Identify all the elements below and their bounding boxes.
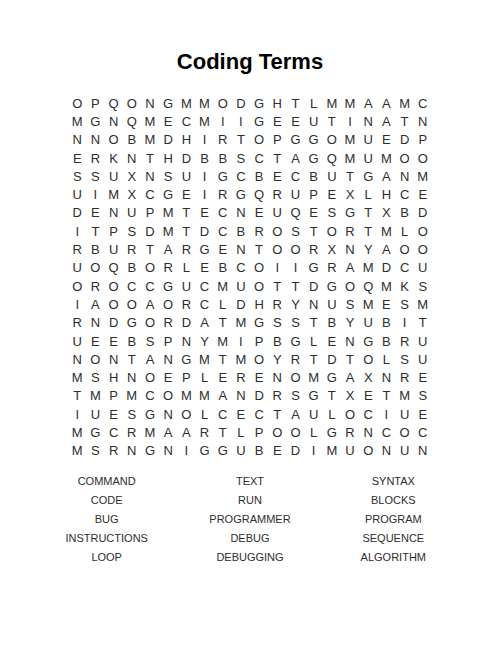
grid-cell-r2c1[interactable]: M	[68, 112, 86, 130]
grid-cell-r9c1[interactable]: R	[68, 240, 86, 258]
grid-cell-r19c12[interactable]: O	[268, 423, 286, 441]
grid-cell-r10c15[interactable]: R	[323, 259, 341, 277]
grid-cell-r13c2[interactable]: N	[86, 314, 104, 332]
grid-cell-r5c20[interactable]: M	[414, 167, 432, 185]
grid-cell-r20c7[interactable]: I	[177, 442, 195, 460]
grid-cell-r19c6[interactable]: A	[159, 423, 177, 441]
grid-cell-r17c13[interactable]: S	[286, 387, 304, 405]
grid-cell-r17c16[interactable]: X	[341, 387, 359, 405]
grid-cell-r12c14[interactable]: N	[305, 295, 323, 313]
grid-cell-r4c13[interactable]: A	[286, 149, 304, 167]
grid-cell-r2c2[interactable]: G	[86, 112, 104, 130]
grid-cell-r11c11[interactable]: O	[250, 277, 268, 295]
grid-cell-r8c11[interactable]: R	[250, 222, 268, 240]
grid-cell-r7c14[interactable]: E	[305, 204, 323, 222]
grid-cell-r15c13[interactable]: R	[286, 350, 304, 368]
grid-cell-r16c4[interactable]: N	[123, 368, 141, 386]
grid-cell-r9c11[interactable]: T	[250, 240, 268, 258]
grid-cell-r19c15[interactable]: G	[323, 423, 341, 441]
grid-cell-r5c18[interactable]: A	[377, 167, 395, 185]
grid-cell-r10c18[interactable]: D	[377, 259, 395, 277]
grid-cell-r17c8[interactable]: M	[195, 387, 213, 405]
grid-cell-r14c2[interactable]: E	[86, 332, 104, 350]
grid-cell-r19c9[interactable]: T	[214, 423, 232, 441]
grid-cell-r3c19[interactable]: D	[396, 131, 414, 149]
grid-cell-r9c18[interactable]: A	[377, 240, 395, 258]
grid-cell-r16c9[interactable]: E	[214, 368, 232, 386]
grid-cell-r1c2[interactable]: P	[86, 94, 104, 112]
grid-cell-r1c13[interactable]: T	[286, 94, 304, 112]
grid-cell-r19c18[interactable]: C	[377, 423, 395, 441]
grid-cell-r5c5[interactable]: N	[141, 167, 159, 185]
grid-cell-r19c14[interactable]: L	[305, 423, 323, 441]
grid-cell-r5c17[interactable]: G	[359, 167, 377, 185]
grid-cell-r2c10[interactable]: I	[232, 112, 250, 130]
grid-cell-r13c1[interactable]: R	[68, 314, 86, 332]
grid-cell-r16c7[interactable]: P	[177, 368, 195, 386]
grid-cell-r8c15[interactable]: O	[323, 222, 341, 240]
grid-cell-r2c14[interactable]: U	[305, 112, 323, 130]
grid-cell-r18c12[interactable]: T	[268, 405, 286, 423]
grid-cell-r17c3[interactable]: P	[105, 387, 123, 405]
grid-cell-r8c9[interactable]: C	[214, 222, 232, 240]
grid-cell-r4c19[interactable]: O	[396, 149, 414, 167]
grid-cell-r9c14[interactable]: R	[305, 240, 323, 258]
grid-cell-r20c1[interactable]: M	[68, 442, 86, 460]
grid-cell-r5c3[interactable]: U	[105, 167, 123, 185]
grid-cell-r19c17[interactable]: N	[359, 423, 377, 441]
grid-cell-r19c3[interactable]: C	[105, 423, 123, 441]
grid-cell-r20c19[interactable]: U	[396, 442, 414, 460]
grid-cell-r12c2[interactable]: A	[86, 295, 104, 313]
grid-cell-r1c7[interactable]: M	[177, 94, 195, 112]
grid-cell-r9c19[interactable]: O	[396, 240, 414, 258]
grid-cell-r5c13[interactable]: C	[286, 167, 304, 185]
grid-cell-r6c7[interactable]: E	[177, 185, 195, 203]
grid-cell-r11c4[interactable]: C	[123, 277, 141, 295]
grid-cell-r19c4[interactable]: R	[123, 423, 141, 441]
grid-cell-r13c12[interactable]: S	[268, 314, 286, 332]
grid-cell-r16c17[interactable]: X	[359, 368, 377, 386]
grid-cell-r16c18[interactable]: N	[377, 368, 395, 386]
grid-cell-r5c1[interactable]: S	[68, 167, 86, 185]
grid-cell-r6c1[interactable]: U	[68, 185, 86, 203]
grid-cell-r3c13[interactable]: G	[286, 131, 304, 149]
grid-cell-r8c6[interactable]: M	[159, 222, 177, 240]
grid-cell-r1c20[interactable]: C	[414, 94, 432, 112]
grid-cell-r8c3[interactable]: P	[105, 222, 123, 240]
grid-cell-r1c4[interactable]: O	[123, 94, 141, 112]
grid-cell-r6c13[interactable]: U	[286, 185, 304, 203]
grid-cell-r19c16[interactable]: R	[341, 423, 359, 441]
grid-cell-r1c8[interactable]: M	[195, 94, 213, 112]
grid-cell-r6c9[interactable]: R	[214, 185, 232, 203]
grid-cell-r5c4[interactable]: X	[123, 167, 141, 185]
grid-cell-r4c8[interactable]: B	[195, 149, 213, 167]
grid-cell-r10c8[interactable]: E	[195, 259, 213, 277]
grid-cell-r4c5[interactable]: T	[141, 149, 159, 167]
grid-cell-r7c2[interactable]: E	[86, 204, 104, 222]
grid-cell-r20c4[interactable]: N	[123, 442, 141, 460]
grid-cell-r10c1[interactable]: U	[68, 259, 86, 277]
grid-cell-r9c12[interactable]: O	[268, 240, 286, 258]
grid-cell-r15c3[interactable]: N	[105, 350, 123, 368]
grid-cell-r9c7[interactable]: R	[177, 240, 195, 258]
grid-cell-r17c9[interactable]: A	[214, 387, 232, 405]
grid-cell-r7c6[interactable]: M	[159, 204, 177, 222]
grid-cell-r11c16[interactable]: O	[341, 277, 359, 295]
grid-cell-r15c11[interactable]: O	[250, 350, 268, 368]
grid-cell-r15c2[interactable]: O	[86, 350, 104, 368]
grid-cell-r19c5[interactable]: M	[141, 423, 159, 441]
grid-cell-r6c10[interactable]: G	[232, 185, 250, 203]
grid-cell-r13c18[interactable]: B	[377, 314, 395, 332]
grid-cell-r7c10[interactable]: N	[232, 204, 250, 222]
grid-cell-r16c1[interactable]: M	[68, 368, 86, 386]
grid-cell-r12c19[interactable]: S	[396, 295, 414, 313]
grid-cell-r20c10[interactable]: U	[232, 442, 250, 460]
grid-cell-r6c18[interactable]: H	[377, 185, 395, 203]
grid-cell-r14c9[interactable]: M	[214, 332, 232, 350]
grid-cell-r9c8[interactable]: G	[195, 240, 213, 258]
grid-cell-r14c6[interactable]: P	[159, 332, 177, 350]
grid-cell-r12c11[interactable]: H	[250, 295, 268, 313]
grid-cell-r4c20[interactable]: O	[414, 149, 432, 167]
grid-cell-r3c11[interactable]: O	[250, 131, 268, 149]
grid-cell-r2c13[interactable]: E	[286, 112, 304, 130]
grid-cell-r18c10[interactable]: E	[232, 405, 250, 423]
grid-cell-r10c6[interactable]: R	[159, 259, 177, 277]
grid-cell-r2c18[interactable]: A	[377, 112, 395, 130]
grid-cell-r1c11[interactable]: G	[250, 94, 268, 112]
grid-cell-r5c7[interactable]: U	[177, 167, 195, 185]
grid-cell-r8c1[interactable]: I	[68, 222, 86, 240]
grid-cell-r6c15[interactable]: E	[323, 185, 341, 203]
grid-cell-r1c15[interactable]: M	[323, 94, 341, 112]
grid-cell-r13c15[interactable]: B	[323, 314, 341, 332]
grid-cell-r20c5[interactable]: G	[141, 442, 159, 460]
grid-cell-r8c17[interactable]: T	[359, 222, 377, 240]
grid-cell-r2c20[interactable]: N	[414, 112, 432, 130]
grid-cell-r8c13[interactable]: S	[286, 222, 304, 240]
grid-cell-r13c10[interactable]: M	[232, 314, 250, 332]
grid-cell-r7c12[interactable]: U	[268, 204, 286, 222]
grid-cell-r7c16[interactable]: G	[341, 204, 359, 222]
grid-cell-r8c5[interactable]: D	[141, 222, 159, 240]
grid-cell-r14c12[interactable]: B	[268, 332, 286, 350]
grid-cell-r10c12[interactable]: I	[268, 259, 286, 277]
grid-cell-r6c2[interactable]: I	[86, 185, 104, 203]
grid-cell-r18c4[interactable]: S	[123, 405, 141, 423]
grid-cell-r11c20[interactable]: S	[414, 277, 432, 295]
grid-cell-r2c17[interactable]: N	[359, 112, 377, 130]
grid-cell-r4c1[interactable]: E	[68, 149, 86, 167]
grid-cell-r10c20[interactable]: U	[414, 259, 432, 277]
grid-cell-r7c11[interactable]: E	[250, 204, 268, 222]
grid-cell-r13c8[interactable]: A	[195, 314, 213, 332]
grid-cell-r2c16[interactable]: I	[341, 112, 359, 130]
grid-cell-r19c13[interactable]: O	[286, 423, 304, 441]
grid-cell-r14c11[interactable]: P	[250, 332, 268, 350]
grid-cell-r3c17[interactable]: U	[359, 131, 377, 149]
grid-cell-r8c7[interactable]: T	[177, 222, 195, 240]
grid-cell-r5c19[interactable]: N	[396, 167, 414, 185]
grid-cell-r20c17[interactable]: O	[359, 442, 377, 460]
grid-cell-r17c1[interactable]: T	[68, 387, 86, 405]
grid-cell-r6c6[interactable]: G	[159, 185, 177, 203]
grid-cell-r18c11[interactable]: C	[250, 405, 268, 423]
grid-cell-r14c18[interactable]: B	[377, 332, 395, 350]
grid-cell-r15c15[interactable]: D	[323, 350, 341, 368]
grid-cell-r4c14[interactable]: G	[305, 149, 323, 167]
grid-cell-r12c16[interactable]: S	[341, 295, 359, 313]
grid-cell-r3c10[interactable]: T	[232, 131, 250, 149]
grid-cell-r20c12[interactable]: E	[268, 442, 286, 460]
grid-cell-r11c5[interactable]: C	[141, 277, 159, 295]
grid-cell-r7c15[interactable]: S	[323, 204, 341, 222]
grid-cell-r1c1[interactable]: O	[68, 94, 86, 112]
grid-cell-r18c15[interactable]: L	[323, 405, 341, 423]
grid-cell-r6c5[interactable]: C	[141, 185, 159, 203]
grid-cell-r15c14[interactable]: T	[305, 350, 323, 368]
grid-cell-r1c5[interactable]: N	[141, 94, 159, 112]
grid-cell-r4c10[interactable]: S	[232, 149, 250, 167]
grid-cell-r5c9[interactable]: G	[214, 167, 232, 185]
grid-cell-r16c12[interactable]: N	[268, 368, 286, 386]
grid-cell-r9c20[interactable]: O	[414, 240, 432, 258]
grid-cell-r10c14[interactable]: G	[305, 259, 323, 277]
grid-cell-r19c1[interactable]: M	[68, 423, 86, 441]
grid-cell-r14c15[interactable]: E	[323, 332, 341, 350]
grid-cell-r20c11[interactable]: B	[250, 442, 268, 460]
grid-cell-r15c5[interactable]: A	[141, 350, 159, 368]
grid-cell-r12c15[interactable]: U	[323, 295, 341, 313]
grid-cell-r18c1[interactable]: I	[68, 405, 86, 423]
grid-cell-r18c6[interactable]: N	[159, 405, 177, 423]
grid-cell-r7c18[interactable]: X	[377, 204, 395, 222]
grid-cell-r1c10[interactable]: D	[232, 94, 250, 112]
grid-cell-r6c16[interactable]: X	[341, 185, 359, 203]
grid-cell-r14c17[interactable]: G	[359, 332, 377, 350]
grid-cell-r13c20[interactable]: T	[414, 314, 432, 332]
grid-cell-r18c8[interactable]: L	[195, 405, 213, 423]
grid-cell-r7c13[interactable]: Q	[286, 204, 304, 222]
grid-cell-r5c10[interactable]: C	[232, 167, 250, 185]
grid-cell-r17c12[interactable]: R	[268, 387, 286, 405]
grid-cell-r7c1[interactable]: D	[68, 204, 86, 222]
grid-cell-r2c4[interactable]: Q	[123, 112, 141, 130]
grid-cell-r9c3[interactable]: U	[105, 240, 123, 258]
grid-cell-r1c14[interactable]: L	[305, 94, 323, 112]
grid-cell-r15c1[interactable]: N	[68, 350, 86, 368]
grid-cell-r15c20[interactable]: U	[414, 350, 432, 368]
grid-cell-r14c10[interactable]: I	[232, 332, 250, 350]
grid-cell-r4c3[interactable]: K	[105, 149, 123, 167]
grid-cell-r9c13[interactable]: O	[286, 240, 304, 258]
grid-cell-r3c16[interactable]: M	[341, 131, 359, 149]
grid-cell-r3c4[interactable]: B	[123, 131, 141, 149]
grid-cell-r12c4[interactable]: O	[123, 295, 141, 313]
grid-cell-r9c2[interactable]: B	[86, 240, 104, 258]
grid-cell-r2c6[interactable]: E	[159, 112, 177, 130]
grid-cell-r18c2[interactable]: U	[86, 405, 104, 423]
grid-cell-r2c15[interactable]: T	[323, 112, 341, 130]
grid-cell-r14c7[interactable]: N	[177, 332, 195, 350]
grid-cell-r6c4[interactable]: X	[123, 185, 141, 203]
grid-cell-r6c3[interactable]: M	[105, 185, 123, 203]
grid-cell-r16c10[interactable]: R	[232, 368, 250, 386]
grid-cell-r7c17[interactable]: T	[359, 204, 377, 222]
grid-cell-r8c4[interactable]: S	[123, 222, 141, 240]
grid-cell-r13c19[interactable]: I	[396, 314, 414, 332]
grid-cell-r2c8[interactable]: M	[195, 112, 213, 130]
grid-cell-r11c17[interactable]: Q	[359, 277, 377, 295]
grid-cell-r13c16[interactable]: Y	[341, 314, 359, 332]
grid-cell-r11c3[interactable]: O	[105, 277, 123, 295]
grid-cell-r3c18[interactable]: E	[377, 131, 395, 149]
grid-cell-r8c19[interactable]: L	[396, 222, 414, 240]
grid-cell-r4c9[interactable]: B	[214, 149, 232, 167]
grid-cell-r3c20[interactable]: P	[414, 131, 432, 149]
grid-cell-r14c3[interactable]: E	[105, 332, 123, 350]
grid-cell-r18c7[interactable]: O	[177, 405, 195, 423]
grid-cell-r7c8[interactable]: E	[195, 204, 213, 222]
grid-cell-r11c15[interactable]: G	[323, 277, 341, 295]
grid-cell-r12c3[interactable]: O	[105, 295, 123, 313]
grid-cell-r4c18[interactable]: M	[377, 149, 395, 167]
grid-cell-r19c8[interactable]: R	[195, 423, 213, 441]
grid-cell-r20c6[interactable]: N	[159, 442, 177, 460]
grid-cell-r3c7[interactable]: H	[177, 131, 195, 149]
grid-cell-r10c11[interactable]: O	[250, 259, 268, 277]
grid-cell-r12c1[interactable]: I	[68, 295, 86, 313]
grid-cell-r1c18[interactable]: A	[377, 94, 395, 112]
grid-cell-r2c7[interactable]: C	[177, 112, 195, 130]
grid-cell-r7c3[interactable]: N	[105, 204, 123, 222]
grid-cell-r20c2[interactable]: S	[86, 442, 104, 460]
grid-cell-r14c5[interactable]: S	[141, 332, 159, 350]
grid-cell-r4c6[interactable]: H	[159, 149, 177, 167]
grid-cell-r2c5[interactable]: M	[141, 112, 159, 130]
grid-cell-r19c10[interactable]: L	[232, 423, 250, 441]
grid-cell-r18c17[interactable]: C	[359, 405, 377, 423]
grid-cell-r9c5[interactable]: T	[141, 240, 159, 258]
grid-cell-r20c9[interactable]: G	[214, 442, 232, 460]
grid-cell-r1c6[interactable]: G	[159, 94, 177, 112]
grid-cell-r1c16[interactable]: M	[341, 94, 359, 112]
grid-cell-r12c20[interactable]: M	[414, 295, 432, 313]
grid-cell-r20c16[interactable]: U	[341, 442, 359, 460]
grid-cell-r1c3[interactable]: Q	[105, 94, 123, 112]
grid-cell-r11c12[interactable]: T	[268, 277, 286, 295]
grid-cell-r15c4[interactable]: T	[123, 350, 141, 368]
grid-cell-r8c12[interactable]: O	[268, 222, 286, 240]
grid-cell-r3c14[interactable]: G	[305, 131, 323, 149]
grid-cell-r1c19[interactable]: M	[396, 94, 414, 112]
grid-cell-r20c3[interactable]: R	[105, 442, 123, 460]
grid-cell-r10c16[interactable]: A	[341, 259, 359, 277]
grid-cell-r9c4[interactable]: R	[123, 240, 141, 258]
grid-cell-r12c7[interactable]: R	[177, 295, 195, 313]
grid-cell-r9c6[interactable]: A	[159, 240, 177, 258]
grid-cell-r4c11[interactable]: C	[250, 149, 268, 167]
grid-cell-r12c18[interactable]: E	[377, 295, 395, 313]
grid-cell-r8c18[interactable]: M	[377, 222, 395, 240]
grid-cell-r4c16[interactable]: M	[341, 149, 359, 167]
grid-cell-r12c17[interactable]: M	[359, 295, 377, 313]
grid-cell-r3c2[interactable]: N	[86, 131, 104, 149]
grid-cell-r2c9[interactable]: I	[214, 112, 232, 130]
grid-cell-r15c6[interactable]: N	[159, 350, 177, 368]
grid-cell-r13c9[interactable]: T	[214, 314, 232, 332]
grid-cell-r6c20[interactable]: E	[414, 185, 432, 203]
grid-cell-r6c17[interactable]: L	[359, 185, 377, 203]
grid-cell-r16c5[interactable]: O	[141, 368, 159, 386]
grid-cell-r15c17[interactable]: O	[359, 350, 377, 368]
grid-cell-r11c2[interactable]: R	[86, 277, 104, 295]
grid-cell-r2c3[interactable]: N	[105, 112, 123, 130]
grid-cell-r10c19[interactable]: C	[396, 259, 414, 277]
grid-cell-r16c14[interactable]: M	[305, 368, 323, 386]
grid-cell-r17c11[interactable]: D	[250, 387, 268, 405]
grid-cell-r3c3[interactable]: O	[105, 131, 123, 149]
grid-cell-r9c9[interactable]: E	[214, 240, 232, 258]
grid-cell-r10c9[interactable]: B	[214, 259, 232, 277]
grid-cell-r16c15[interactable]: G	[323, 368, 341, 386]
grid-cell-r17c5[interactable]: C	[141, 387, 159, 405]
grid-cell-r7c19[interactable]: B	[396, 204, 414, 222]
grid-cell-r15c7[interactable]: G	[177, 350, 195, 368]
grid-cell-r16c20[interactable]: E	[414, 368, 432, 386]
grid-cell-r5c16[interactable]: T	[341, 167, 359, 185]
grid-cell-r12c8[interactable]: C	[195, 295, 213, 313]
grid-cell-r13c13[interactable]: S	[286, 314, 304, 332]
grid-cell-r14c14[interactable]: L	[305, 332, 323, 350]
grid-cell-r17c4[interactable]: M	[123, 387, 141, 405]
grid-cell-r15c12[interactable]: Y	[268, 350, 286, 368]
grid-cell-r17c14[interactable]: G	[305, 387, 323, 405]
grid-cell-r20c14[interactable]: I	[305, 442, 323, 460]
grid-cell-r6c19[interactable]: C	[396, 185, 414, 203]
grid-cell-r16c11[interactable]: E	[250, 368, 268, 386]
grid-cell-r18c9[interactable]: C	[214, 405, 232, 423]
grid-cell-r13c3[interactable]: D	[105, 314, 123, 332]
grid-cell-r13c11[interactable]: G	[250, 314, 268, 332]
grid-cell-r1c17[interactable]: A	[359, 94, 377, 112]
grid-cell-r9c16[interactable]: N	[341, 240, 359, 258]
grid-cell-r3c15[interactable]: O	[323, 131, 341, 149]
grid-cell-r14c16[interactable]: N	[341, 332, 359, 350]
grid-cell-r10c13[interactable]: I	[286, 259, 304, 277]
grid-cell-r15c8[interactable]: M	[195, 350, 213, 368]
grid-cell-r17c2[interactable]: M	[86, 387, 104, 405]
grid-cell-r20c13[interactable]: D	[286, 442, 304, 460]
grid-cell-r16c2[interactable]: S	[86, 368, 104, 386]
grid-cell-r8c14[interactable]: T	[305, 222, 323, 240]
grid-cell-r12c9[interactable]: L	[214, 295, 232, 313]
grid-cell-r13c6[interactable]: R	[159, 314, 177, 332]
grid-cell-r8c8[interactable]: D	[195, 222, 213, 240]
grid-cell-r14c13[interactable]: G	[286, 332, 304, 350]
grid-cell-r11c10[interactable]: U	[232, 277, 250, 295]
grid-cell-r9c15[interactable]: X	[323, 240, 341, 258]
grid-cell-r19c7[interactable]: A	[177, 423, 195, 441]
grid-cell-r5c8[interactable]: I	[195, 167, 213, 185]
grid-cell-r12c6[interactable]: O	[159, 295, 177, 313]
grid-cell-r14c19[interactable]: R	[396, 332, 414, 350]
grid-cell-r19c11[interactable]: P	[250, 423, 268, 441]
grid-cell-r13c14[interactable]: T	[305, 314, 323, 332]
